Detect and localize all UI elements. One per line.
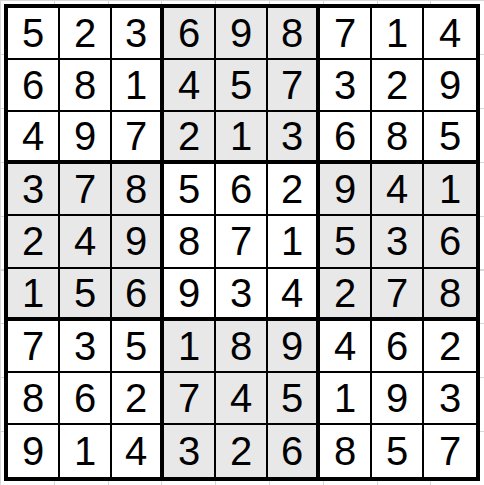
sudoku-cell-r2c2: 8 [60, 60, 112, 112]
sudoku-cell-r9c1: 9 [8, 425, 60, 477]
sudoku-cell-r3c4: 2 [164, 112, 216, 164]
sudoku-cell-r8c8: 9 [372, 373, 424, 425]
sudoku-cell-r9c4: 3 [164, 425, 216, 477]
sudoku-cell-r9c5: 2 [216, 425, 268, 477]
sudoku-cell-r9c9: 7 [424, 425, 476, 477]
sudoku-board: 5236987146814573294972136853785629412498… [4, 4, 480, 481]
sudoku-cell-r9c2: 1 [60, 425, 112, 477]
sudoku-cell-r7c7: 4 [320, 321, 372, 373]
sudoku-cell-r5c2: 4 [60, 216, 112, 268]
sudoku-cell-r8c6: 5 [268, 373, 320, 425]
sudoku-cell-r1c9: 4 [424, 8, 476, 60]
sudoku-cell-r4c6: 2 [268, 164, 320, 216]
sudoku-cell-r2c7: 3 [320, 60, 372, 112]
sudoku-cell-r3c8: 8 [372, 112, 424, 164]
page-background: 5236987146814573294972136853785629412498… [0, 0, 484, 485]
sudoku-cell-r1c1: 5 [8, 8, 60, 60]
sudoku-cell-r6c3: 6 [112, 269, 164, 321]
sudoku-cell-r8c4: 7 [164, 373, 216, 425]
sudoku-cell-r1c3: 3 [112, 8, 164, 60]
sudoku-cell-r6c1: 1 [8, 269, 60, 321]
sudoku-cell-r2c5: 5 [216, 60, 268, 112]
sudoku-cell-r4c8: 4 [372, 164, 424, 216]
sudoku-cell-r3c5: 1 [216, 112, 268, 164]
sudoku-cell-r8c9: 3 [424, 373, 476, 425]
sudoku-cell-r8c3: 2 [112, 373, 164, 425]
sudoku-cell-r6c6: 4 [268, 269, 320, 321]
sudoku-cell-r9c7: 8 [320, 425, 372, 477]
sudoku-cell-r5c7: 5 [320, 216, 372, 268]
sudoku-cell-r3c7: 6 [320, 112, 372, 164]
sudoku-cell-r1c5: 9 [216, 8, 268, 60]
sudoku-cell-r4c2: 7 [60, 164, 112, 216]
sudoku-cell-r5c1: 2 [8, 216, 60, 268]
sudoku-cell-r4c9: 1 [424, 164, 476, 216]
sudoku-cell-r9c6: 6 [268, 425, 320, 477]
sudoku-cell-r4c3: 8 [112, 164, 164, 216]
sudoku-cell-r1c8: 1 [372, 8, 424, 60]
sudoku-cell-r4c7: 9 [320, 164, 372, 216]
sudoku-cell-r9c8: 5 [372, 425, 424, 477]
sudoku-cell-r5c5: 7 [216, 216, 268, 268]
sudoku-cell-r6c4: 9 [164, 269, 216, 321]
sudoku-cell-r1c6: 8 [268, 8, 320, 60]
sudoku-cell-r4c5: 6 [216, 164, 268, 216]
sudoku-cell-r6c2: 5 [60, 269, 112, 321]
sudoku-cell-r7c9: 2 [424, 321, 476, 373]
sudoku-cell-r7c4: 1 [164, 321, 216, 373]
sudoku-cell-r1c4: 6 [164, 8, 216, 60]
sudoku-cell-r7c6: 9 [268, 321, 320, 373]
sudoku-cell-r5c9: 6 [424, 216, 476, 268]
sudoku-cell-r4c1: 3 [8, 164, 60, 216]
sudoku-cell-r8c2: 6 [60, 373, 112, 425]
sudoku-cell-r3c1: 4 [8, 112, 60, 164]
sudoku-cell-r6c5: 3 [216, 269, 268, 321]
sudoku-cell-r8c5: 4 [216, 373, 268, 425]
sudoku-cell-r2c4: 4 [164, 60, 216, 112]
sudoku-cell-r9c3: 4 [112, 425, 164, 477]
sudoku-cell-r2c1: 6 [8, 60, 60, 112]
sudoku-cell-r6c9: 8 [424, 269, 476, 321]
sudoku-cell-r2c6: 7 [268, 60, 320, 112]
sudoku-cell-r8c7: 1 [320, 373, 372, 425]
sudoku-cell-r7c2: 3 [60, 321, 112, 373]
sudoku-cell-r1c7: 7 [320, 8, 372, 60]
sudoku-cell-r1c2: 2 [60, 8, 112, 60]
sudoku-cell-r5c3: 9 [112, 216, 164, 268]
sudoku-cell-r3c2: 9 [60, 112, 112, 164]
sudoku-cell-r7c5: 8 [216, 321, 268, 373]
sudoku-cell-r8c1: 8 [8, 373, 60, 425]
sudoku-cell-r7c3: 5 [112, 321, 164, 373]
sudoku-cell-r7c8: 6 [372, 321, 424, 373]
sudoku-cell-r6c7: 2 [320, 269, 372, 321]
sudoku-cell-r5c6: 1 [268, 216, 320, 268]
sudoku-cell-r3c3: 7 [112, 112, 164, 164]
sudoku-cell-r6c8: 7 [372, 269, 424, 321]
sudoku-cell-r5c8: 3 [372, 216, 424, 268]
sudoku-cell-r2c9: 9 [424, 60, 476, 112]
sudoku-cell-r7c1: 7 [8, 321, 60, 373]
sudoku-cell-r3c6: 3 [268, 112, 320, 164]
sudoku-cell-r2c3: 1 [112, 60, 164, 112]
sudoku-cell-r2c8: 2 [372, 60, 424, 112]
sudoku-cell-r3c9: 5 [424, 112, 476, 164]
sudoku-cell-r4c4: 5 [164, 164, 216, 216]
sudoku-cell-r5c4: 8 [164, 216, 216, 268]
